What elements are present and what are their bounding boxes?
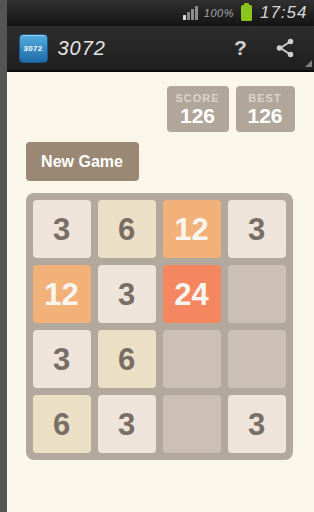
status-bar: 100% 17:54 [7,0,314,26]
cell-r4c4: 3 [228,395,286,453]
help-button[interactable]: ? [222,32,260,64]
battery-icon [241,5,252,21]
cell-r1c3: 12 [163,200,221,258]
cell-r3c4 [228,330,286,388]
content: SCORE 126 BEST 126 New Game 3 6 12 3 12 … [7,72,314,460]
new-game-button[interactable]: New Game [26,142,139,181]
board-4x4[interactable]: 3 6 12 3 12 3 24 3 6 6 3 3 [26,193,293,460]
best-value: 126 [236,105,295,127]
score-row: SCORE 126 BEST 126 [26,86,295,132]
battery-percent: 100% [204,7,234,19]
screen: 100% 17:54 3072 3072 ? SCORE [7,0,314,512]
best-box: BEST 126 [236,86,295,132]
cell-r2c2: 3 [98,265,156,323]
share-icon [274,37,296,59]
resize-grabber-icon [305,60,312,67]
cell-r2c1: 12 [33,265,91,323]
app-title: 3072 [58,37,107,60]
cell-r3c3 [163,330,221,388]
score-label: SCORE [167,92,229,104]
app-icon[interactable]: 3072 [19,34,48,63]
cell-r4c3 [163,395,221,453]
clock: 17:54 [260,3,308,23]
action-bar: 3072 3072 ? [7,26,314,72]
cell-r3c1: 3 [33,330,91,388]
cell-r2c3: 24 [163,265,221,323]
cell-r1c1: 3 [33,200,91,258]
cell-r1c4: 3 [228,200,286,258]
cell-r2c4 [228,265,286,323]
signal-bars-icon [183,6,198,20]
cell-r3c2: 6 [98,330,156,388]
cell-r4c1: 6 [33,395,91,453]
best-label: BEST [236,92,295,104]
cell-r1c2: 6 [98,200,156,258]
score-value: 126 [167,105,229,127]
cell-r4c2: 3 [98,395,156,453]
score-box: SCORE 126 [167,86,229,132]
share-button[interactable] [270,33,300,63]
